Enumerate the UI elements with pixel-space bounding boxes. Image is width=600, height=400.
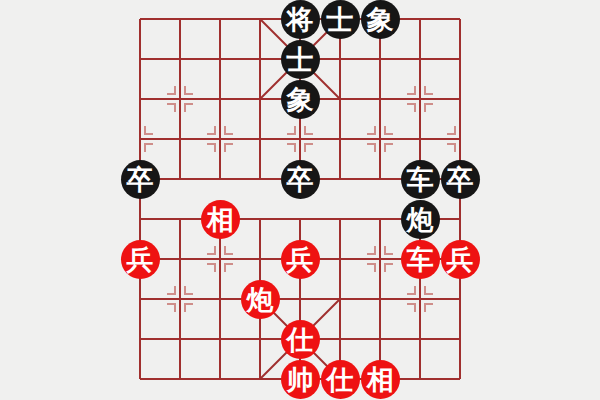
black-chariot[interactable]: 车	[401, 160, 440, 199]
black-soldier-2[interactable]: 卒	[281, 160, 320, 199]
pieces-layer: 将士象士象卒卒车卒相炮兵兵车兵炮仕帅仕相	[120, 0, 480, 399]
black-elephant-1[interactable]: 象	[361, 0, 400, 39]
red-chariot[interactable]: 车	[401, 240, 440, 279]
xiangqi-board-screenshot: 将士象士象卒卒车卒相炮兵兵车兵炮仕帅仕相	[0, 0, 600, 400]
red-soldier-1[interactable]: 兵	[121, 240, 160, 279]
red-cannon[interactable]: 炮	[241, 280, 280, 319]
red-advisor-1[interactable]: 仕	[281, 320, 320, 359]
black-advisor-1[interactable]: 士	[321, 0, 360, 39]
black-advisor-2[interactable]: 士	[281, 40, 320, 79]
red-elephant-1[interactable]: 相	[201, 200, 240, 239]
black-cannon[interactable]: 炮	[401, 200, 440, 239]
red-elephant-2[interactable]: 相	[361, 360, 400, 399]
red-soldier-2[interactable]: 兵	[281, 240, 320, 279]
black-general[interactable]: 将	[281, 0, 320, 39]
red-general[interactable]: 帅	[281, 360, 320, 399]
red-soldier-3[interactable]: 兵	[441, 240, 480, 279]
black-soldier-3[interactable]: 卒	[441, 160, 480, 199]
black-elephant-2[interactable]: 象	[281, 80, 320, 119]
black-soldier-1[interactable]: 卒	[121, 160, 160, 199]
red-advisor-2[interactable]: 仕	[321, 360, 360, 399]
